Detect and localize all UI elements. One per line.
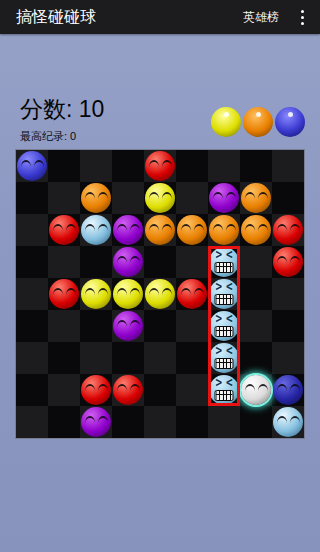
board-cell-r5c0[interactable] [16, 310, 48, 342]
closed-eyes-icon [49, 224, 79, 231]
board-cell-r3c1[interactable] [48, 246, 80, 278]
grimace-eyes-icon: >< [209, 343, 239, 359]
board-cell-r7c8[interactable] [272, 374, 304, 406]
board-cell-r4c3[interactable] [112, 278, 144, 310]
ball-white[interactable] [241, 375, 271, 405]
board-cell-r0c4[interactable] [144, 150, 176, 182]
board-cell-r8c7[interactable] [240, 406, 272, 438]
closed-eyes-icon [81, 224, 111, 231]
grimace-eyes-icon: >< [209, 375, 239, 391]
closed-eyes-icon [241, 384, 271, 391]
board-cell-r5c7[interactable] [240, 310, 272, 342]
board-cell-r5c6[interactable]: >< [208, 310, 240, 342]
ball-blue-grimace[interactable]: >< [209, 279, 239, 309]
board-cell-r6c7[interactable] [240, 342, 272, 374]
ball-purple[interactable] [81, 407, 111, 437]
board-cell-r2c0[interactable] [16, 214, 48, 246]
grimace-eyes-icon: >< [209, 311, 239, 327]
grimace-teeth-icon [215, 326, 234, 337]
grimace-teeth-icon [215, 390, 234, 401]
grimace-teeth-icon [215, 294, 234, 305]
ball-purple[interactable] [209, 183, 239, 213]
board-cell-r8c2[interactable] [80, 406, 112, 438]
ball-light-blue[interactable] [273, 407, 303, 437]
board-cell-r7c6[interactable]: >< [208, 374, 240, 406]
ball-orange[interactable] [241, 215, 271, 245]
board-cell-r0c3[interactable] [112, 150, 144, 182]
closed-eyes-icon [49, 288, 79, 295]
ball-blue-grimace[interactable]: >< [209, 375, 239, 405]
ball-purple[interactable] [113, 247, 143, 277]
board-cell-r4c7[interactable] [240, 278, 272, 310]
overflow-menu-icon[interactable] [293, 4, 312, 31]
board-cell-r7c4[interactable] [144, 374, 176, 406]
app-title: 搞怪碰碰球 [16, 7, 96, 28]
next-balls-preview [211, 107, 305, 137]
closed-eyes-icon [81, 416, 111, 423]
board-cell-r5c3[interactable] [112, 310, 144, 342]
board-cell-r7c1[interactable] [48, 374, 80, 406]
closed-eyes-icon [209, 224, 239, 231]
next-ball-orange [243, 107, 273, 137]
next-ball-blue [275, 107, 305, 137]
score-block: 分数: 10 最高纪录: 0 [20, 94, 104, 144]
board-cell-r6c3[interactable] [112, 342, 144, 374]
ball-dark-blue[interactable] [273, 375, 303, 405]
closed-eyes-icon [209, 192, 239, 199]
ball-yellow[interactable] [113, 279, 143, 309]
board-cell-r5c4[interactable] [144, 310, 176, 342]
ball-blue-grimace[interactable]: >< [209, 311, 239, 341]
ball-purple[interactable] [113, 311, 143, 341]
board-cell-r2c4[interactable] [144, 214, 176, 246]
board-cell-r8c8[interactable] [272, 406, 304, 438]
board-cell-r3c2[interactable] [80, 246, 112, 278]
board-cell-r6c2[interactable] [80, 342, 112, 374]
board-cell-r2c3[interactable] [112, 214, 144, 246]
ball-purple[interactable] [113, 215, 143, 245]
board-cell-r4c0[interactable] [16, 278, 48, 310]
board-cell-r0c2[interactable] [80, 150, 112, 182]
board-cell-r2c1[interactable] [48, 214, 80, 246]
ball-blue-grimace[interactable]: >< [209, 247, 239, 277]
app-bar-actions: 英雄榜 [239, 3, 312, 32]
closed-eyes-icon [177, 224, 207, 231]
board-cell-r8c5[interactable] [176, 406, 208, 438]
grimace-eyes-icon: >< [209, 247, 239, 263]
game-board: ><><><><>< [16, 150, 304, 438]
board-cell-r7c2[interactable] [80, 374, 112, 406]
board-cell-r0c1[interactable] [48, 150, 80, 182]
board-cell-r1c2[interactable] [80, 182, 112, 214]
closed-eyes-icon [81, 384, 111, 391]
closed-eyes-icon [81, 192, 111, 199]
ball-yellow[interactable] [145, 279, 175, 309]
closed-eyes-icon [113, 384, 143, 391]
board-cell-r1c5[interactable] [176, 182, 208, 214]
ball-orange[interactable] [241, 183, 271, 213]
closed-eyes-icon [273, 256, 303, 263]
ball-red[interactable] [81, 375, 111, 405]
ball-blue-grimace[interactable]: >< [209, 343, 239, 373]
ball-red[interactable] [273, 215, 303, 245]
board-cell-r8c3[interactable] [112, 406, 144, 438]
board-cell-r0c0[interactable] [16, 150, 48, 182]
ball-red[interactable] [273, 247, 303, 277]
score-text: 分数: 10 [20, 94, 104, 125]
board-cell-r2c8[interactable] [272, 214, 304, 246]
board-cell-r2c2[interactable] [80, 214, 112, 246]
ball-red[interactable] [145, 151, 175, 181]
board-cell-r4c6[interactable]: >< [208, 278, 240, 310]
board-cell-r1c7[interactable] [240, 182, 272, 214]
board-cell-r6c6[interactable]: >< [208, 342, 240, 374]
ball-red[interactable] [49, 279, 79, 309]
ball-yellow[interactable] [145, 183, 175, 213]
board-cell-r1c0[interactable] [16, 182, 48, 214]
board-cell-r3c0[interactable] [16, 246, 48, 278]
ball-yellow[interactable] [81, 279, 111, 309]
board-cell-r7c0[interactable] [16, 374, 48, 406]
ball-red[interactable] [177, 279, 207, 309]
board-cell-r6c5[interactable] [176, 342, 208, 374]
board-cell-r4c2[interactable] [80, 278, 112, 310]
app-window: 搞怪碰碰球 英雄榜 分数: 10 最高纪录: 0 ><><><><>< [0, 0, 320, 552]
board-cell-r0c7[interactable] [240, 150, 272, 182]
board-cell-r4c1[interactable] [48, 278, 80, 310]
board-cell-r2c6[interactable] [208, 214, 240, 246]
board-cell-r6c4[interactable] [144, 342, 176, 374]
board-cell-r8c1[interactable] [48, 406, 80, 438]
leaderboard-button[interactable]: 英雄榜 [239, 3, 283, 32]
board-cell-r7c7[interactable] [240, 374, 272, 406]
board-cell-r6c0[interactable] [16, 342, 48, 374]
board-cell-r0c8[interactable] [272, 150, 304, 182]
ball-orange[interactable] [177, 215, 207, 245]
board-cell-r3c4[interactable] [144, 246, 176, 278]
board-cell-r7c3[interactable] [112, 374, 144, 406]
board-cell-r5c2[interactable] [80, 310, 112, 342]
closed-eyes-icon [145, 160, 175, 167]
board-cell-r8c4[interactable] [144, 406, 176, 438]
board-cell-r3c7[interactable] [240, 246, 272, 278]
closed-eyes-icon [145, 224, 175, 231]
board-cell-r3c3[interactable] [112, 246, 144, 278]
closed-eyes-icon [273, 416, 303, 423]
board-cell-r1c6[interactable] [208, 182, 240, 214]
grimace-eyes-icon: >< [209, 279, 239, 295]
closed-eyes-icon [113, 224, 143, 231]
ball-orange[interactable] [145, 215, 175, 245]
board-cell-r3c8[interactable] [272, 246, 304, 278]
board-cell-r1c3[interactable] [112, 182, 144, 214]
closed-eyes-icon [17, 160, 47, 167]
next-ball-yellow [211, 107, 241, 137]
grimace-teeth-icon [215, 358, 234, 369]
board-cell-r5c8[interactable] [272, 310, 304, 342]
ball-red[interactable] [113, 375, 143, 405]
ball-red[interactable] [49, 215, 79, 245]
closed-eyes-icon [145, 288, 175, 295]
board-cell-r6c8[interactable] [272, 342, 304, 374]
board-cell-r4c5[interactable] [176, 278, 208, 310]
closed-eyes-icon [273, 384, 303, 391]
grimace-teeth-icon [215, 262, 234, 273]
closed-eyes-icon [273, 224, 303, 231]
board-cell-r0c5[interactable] [176, 150, 208, 182]
board-cell-r7c5[interactable] [176, 374, 208, 406]
ball-light-blue[interactable] [81, 215, 111, 245]
app-bar: 搞怪碰碰球 英雄榜 [0, 0, 320, 34]
board-cell-r8c0[interactable] [16, 406, 48, 438]
board-cell-r1c1[interactable] [48, 182, 80, 214]
board-cell-r3c5[interactable] [176, 246, 208, 278]
closed-eyes-icon [81, 288, 111, 295]
closed-eyes-icon [113, 320, 143, 327]
board-cell-r4c4[interactable] [144, 278, 176, 310]
board-cell-r4c8[interactable] [272, 278, 304, 310]
ball-orange[interactable] [81, 183, 111, 213]
closed-eyes-icon [113, 256, 143, 263]
board-cell-r0c6[interactable] [208, 150, 240, 182]
board-cell-r5c5[interactable] [176, 310, 208, 342]
ball-orange[interactable] [209, 215, 239, 245]
closed-eyes-icon [113, 288, 143, 295]
closed-eyes-icon [177, 288, 207, 295]
board-cell-r8c6[interactable] [208, 406, 240, 438]
board-cell-r1c8[interactable] [272, 182, 304, 214]
ball-blue[interactable] [17, 151, 47, 181]
record-text: 最高纪录: 0 [20, 129, 104, 144]
board-cell-r2c5[interactable] [176, 214, 208, 246]
closed-eyes-icon [241, 224, 271, 231]
board-cell-r3c6[interactable]: >< [208, 246, 240, 278]
closed-eyes-icon [145, 192, 175, 199]
board-cell-r2c7[interactable] [240, 214, 272, 246]
board-cell-r5c1[interactable] [48, 310, 80, 342]
board-cell-r6c1[interactable] [48, 342, 80, 374]
board-cell-r1c4[interactable] [144, 182, 176, 214]
closed-eyes-icon [241, 192, 271, 199]
